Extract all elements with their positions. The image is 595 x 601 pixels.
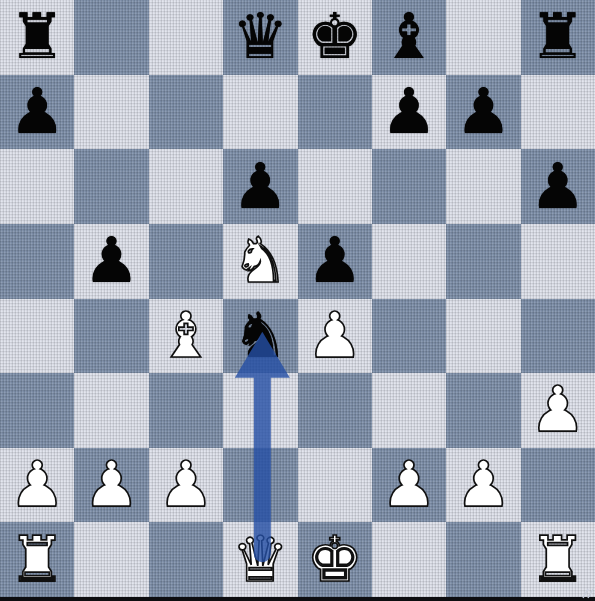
square-g4[interactable] (446, 299, 520, 374)
square-b2[interactable]: ♟ (74, 448, 148, 523)
square-a2[interactable]: ♟ (0, 448, 74, 523)
square-e7[interactable] (298, 75, 372, 150)
square-h4[interactable] (521, 299, 595, 374)
piece-white-rook-a1[interactable]: ♜ (9, 523, 65, 597)
square-c4[interactable]: ♝ (149, 299, 223, 374)
square-a8[interactable]: ♜ (0, 0, 74, 75)
piece-black-pawn-g7[interactable]: ♟ (455, 75, 511, 149)
piece-black-bishop-f8[interactable]: ♝ (381, 0, 437, 74)
square-g3[interactable] (446, 373, 520, 448)
square-d5[interactable]: ♞ (223, 224, 297, 299)
square-e8[interactable]: ♚ (298, 0, 372, 75)
square-c7[interactable] (149, 75, 223, 150)
square-h3[interactable]: ♟ (521, 373, 595, 448)
piece-white-pawn-b2[interactable]: ♟ (83, 448, 139, 522)
square-f3[interactable] (372, 373, 446, 448)
square-b5[interactable]: ♟ (74, 224, 148, 299)
square-d2[interactable] (223, 448, 297, 523)
square-h8[interactable]: ♜ (521, 0, 595, 75)
square-f1[interactable] (372, 522, 446, 597)
square-f5[interactable] (372, 224, 446, 299)
square-f8[interactable]: ♝ (372, 0, 446, 75)
square-b8[interactable] (74, 0, 148, 75)
square-a1[interactable]: ♜ (0, 522, 74, 597)
piece-white-pawn-g2[interactable]: ♟ (455, 448, 511, 522)
chess-board: ♜♛♚♝♜♟♟♟♟♟♟♞♟♝♞♟♟♟♟♟♟♟♜♛♚♜ (0, 0, 595, 597)
square-h1[interactable]: ♜ (521, 522, 595, 597)
chess-app: ♜♛♚♝♜♟♟♟♟♟♟♞♟♝♞♟♟♟♟♟♟♟♜♛♚♜ (0, 0, 595, 601)
square-f6[interactable] (372, 149, 446, 224)
piece-black-pawn-f7[interactable]: ♟ (381, 75, 437, 149)
piece-black-pawn-h6[interactable]: ♟ (530, 150, 586, 224)
square-a3[interactable] (0, 373, 74, 448)
square-e4[interactable]: ♟ (298, 299, 372, 374)
square-a6[interactable] (0, 149, 74, 224)
board-bottom-edge (0, 597, 595, 601)
square-h5[interactable] (521, 224, 595, 299)
square-d8[interactable]: ♛ (223, 0, 297, 75)
square-b3[interactable] (74, 373, 148, 448)
square-c1[interactable] (149, 522, 223, 597)
square-e6[interactable] (298, 149, 372, 224)
square-h2[interactable] (521, 448, 595, 523)
square-e2[interactable] (298, 448, 372, 523)
piece-black-rook-a8[interactable]: ♜ (9, 0, 65, 74)
square-a5[interactable] (0, 224, 74, 299)
square-b1[interactable] (74, 522, 148, 597)
square-g6[interactable] (446, 149, 520, 224)
piece-black-pawn-d6[interactable]: ♟ (232, 150, 288, 224)
piece-white-pawn-f2[interactable]: ♟ (381, 448, 437, 522)
piece-white-rook-h1[interactable]: ♜ (530, 523, 586, 597)
piece-white-pawn-a2[interactable]: ♟ (9, 448, 65, 522)
square-c2[interactable]: ♟ (149, 448, 223, 523)
square-d3[interactable] (223, 373, 297, 448)
piece-white-knight-d5[interactable]: ♞ (232, 224, 288, 298)
square-g7[interactable]: ♟ (446, 75, 520, 150)
square-a7[interactable]: ♟ (0, 75, 74, 150)
square-c3[interactable] (149, 373, 223, 448)
piece-black-rook-h8[interactable]: ♜ (530, 0, 586, 74)
square-b6[interactable] (74, 149, 148, 224)
piece-white-pawn-c2[interactable]: ♟ (158, 448, 214, 522)
square-h6[interactable]: ♟ (521, 149, 595, 224)
square-e1[interactable]: ♚ (298, 522, 372, 597)
square-f2[interactable]: ♟ (372, 448, 446, 523)
piece-white-bishop-c4[interactable]: ♝ (158, 299, 214, 373)
square-f7[interactable]: ♟ (372, 75, 446, 150)
piece-black-pawn-a7[interactable]: ♟ (9, 75, 65, 149)
piece-white-queen-d1[interactable]: ♛ (232, 523, 288, 597)
piece-black-pawn-b5[interactable]: ♟ (83, 224, 139, 298)
square-h7[interactable] (521, 75, 595, 150)
square-d7[interactable] (223, 75, 297, 150)
square-f4[interactable] (372, 299, 446, 374)
square-b7[interactable] (74, 75, 148, 150)
square-g5[interactable] (446, 224, 520, 299)
piece-black-knight-d4[interactable]: ♞ (232, 299, 288, 373)
square-g8[interactable] (446, 0, 520, 75)
piece-black-king-e8[interactable]: ♚ (306, 0, 362, 74)
square-e3[interactable] (298, 373, 372, 448)
piece-black-queen-d8[interactable]: ♛ (232, 0, 288, 74)
square-d1[interactable]: ♛ (223, 522, 297, 597)
square-a4[interactable] (0, 299, 74, 374)
square-d4[interactable]: ♞ (223, 299, 297, 374)
square-d6[interactable]: ♟ (223, 149, 297, 224)
square-g1[interactable] (446, 522, 520, 597)
piece-white-pawn-e4[interactable]: ♟ (306, 299, 362, 373)
square-c8[interactable] (149, 0, 223, 75)
square-b4[interactable] (74, 299, 148, 374)
square-c5[interactable] (149, 224, 223, 299)
piece-white-pawn-h3[interactable]: ♟ (530, 373, 586, 447)
square-g2[interactable]: ♟ (446, 448, 520, 523)
square-e5[interactable]: ♟ (298, 224, 372, 299)
piece-white-king-e1[interactable]: ♚ (306, 523, 362, 597)
piece-black-pawn-e5[interactable]: ♟ (306, 224, 362, 298)
square-c6[interactable] (149, 149, 223, 224)
